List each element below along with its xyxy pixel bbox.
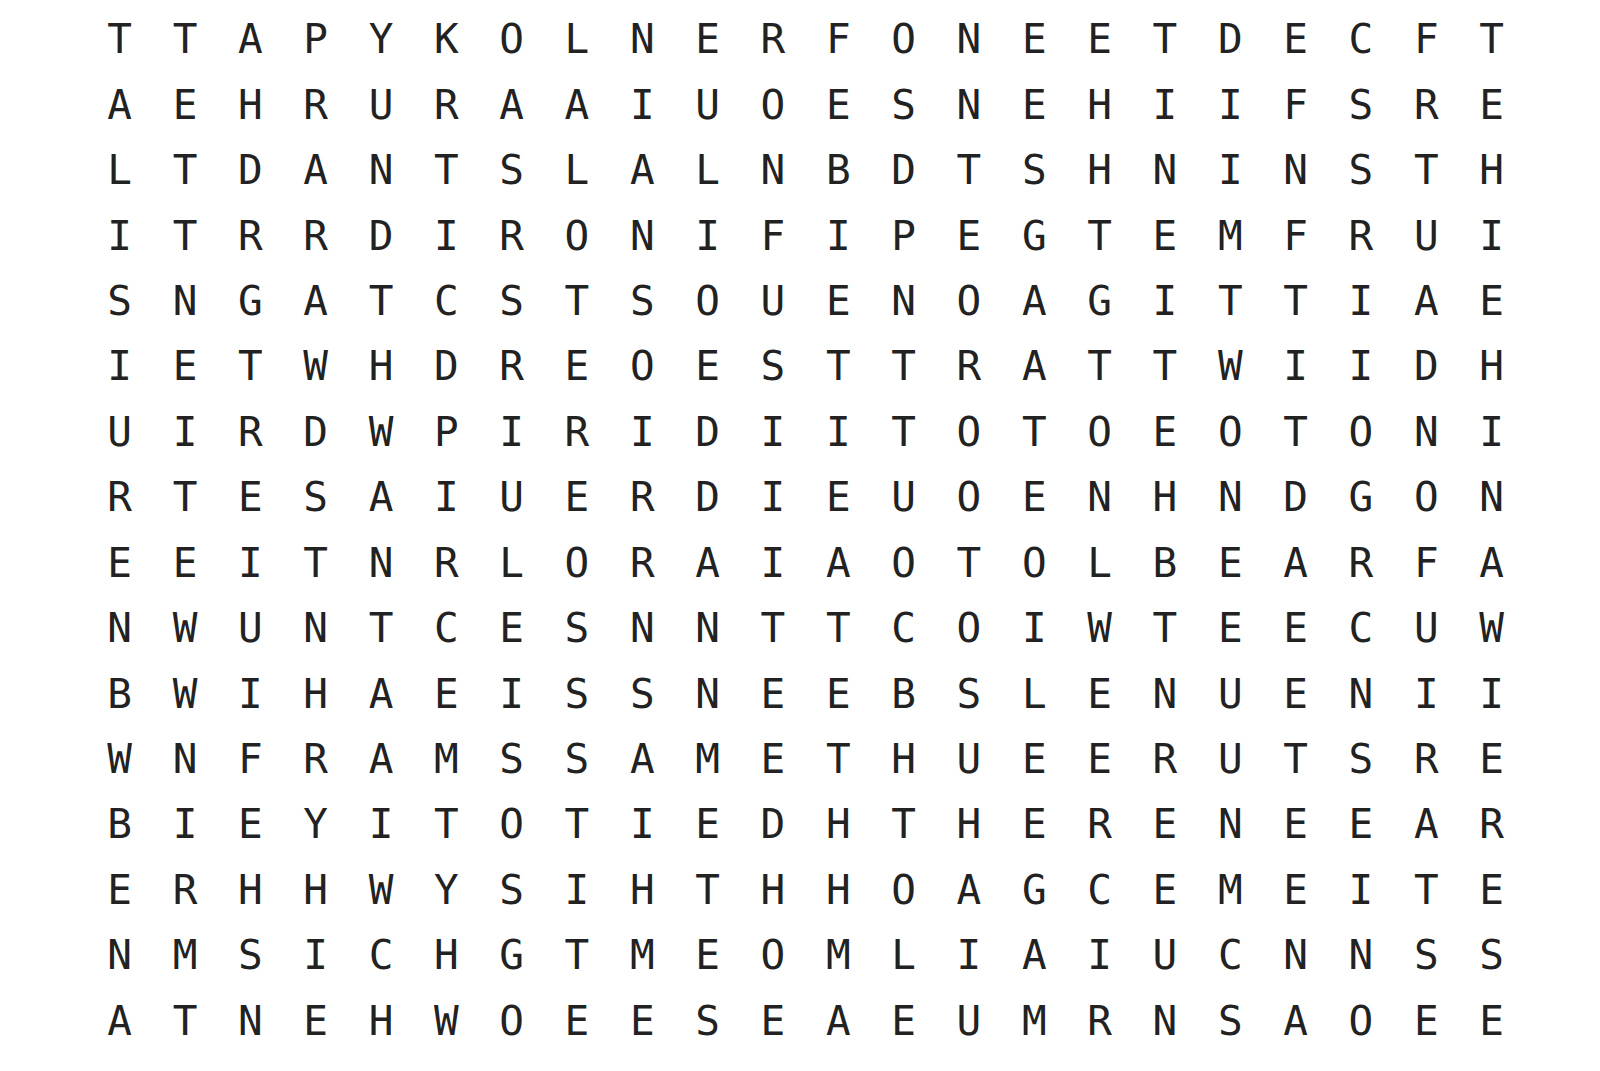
grid-cell[interactable]: S [544,661,609,726]
grid-cell[interactable]: R [610,465,675,530]
grid-cell[interactable]: E [1002,465,1067,530]
grid-cell[interactable]: R [1132,727,1197,792]
grid-cell[interactable]: C [1198,923,1263,988]
grid-cell[interactable]: H [283,858,348,923]
grid-cell[interactable]: T [414,138,479,203]
grid-cell[interactable]: O [544,531,609,596]
grid-cell[interactable]: H [806,792,871,857]
grid-cell[interactable]: T [152,465,217,530]
grid-cell[interactable]: E [610,989,675,1054]
grid-cell[interactable]: L [675,138,740,203]
grid-cell[interactable]: A [610,727,675,792]
grid-cell[interactable]: S [1328,727,1393,792]
grid-cell[interactable]: D [1198,7,1263,72]
grid-cell[interactable]: M [1198,203,1263,268]
grid-cell[interactable]: S [1459,923,1524,988]
grid-cell[interactable]: I [1328,858,1393,923]
grid-cell[interactable]: A [1459,531,1524,596]
grid-cell[interactable]: N [1132,138,1197,203]
grid-cell[interactable]: T [740,596,805,661]
grid-cell[interactable]: N [675,661,740,726]
grid-cell[interactable]: E [1132,792,1197,857]
grid-cell[interactable]: H [740,858,805,923]
grid-cell[interactable]: S [610,661,675,726]
grid-cell[interactable]: I [544,858,609,923]
grid-cell[interactable]: H [218,858,283,923]
grid-cell[interactable]: U [1198,727,1263,792]
grid-cell[interactable]: K [414,7,479,72]
grid-cell[interactable]: T [1132,334,1197,399]
grid-cell[interactable]: Y [414,858,479,923]
grid-cell[interactable]: R [283,727,348,792]
grid-cell[interactable]: I [348,792,413,857]
grid-cell[interactable]: M [1198,858,1263,923]
grid-cell[interactable]: C [1328,596,1393,661]
grid-cell[interactable]: A [1002,334,1067,399]
grid-cell[interactable]: S [1328,138,1393,203]
grid-cell[interactable]: O [936,400,1001,465]
grid-cell[interactable]: R [1394,727,1459,792]
grid-cell[interactable]: A [1263,989,1328,1054]
grid-cell[interactable]: I [1002,596,1067,661]
grid-cell[interactable]: A [1002,269,1067,334]
grid-cell[interactable]: N [1198,792,1263,857]
grid-cell[interactable]: E [87,531,152,596]
grid-cell[interactable]: W [414,989,479,1054]
grid-cell[interactable]: D [414,334,479,399]
grid-cell[interactable]: Y [283,792,348,857]
grid-cell[interactable]: U [479,465,544,530]
grid-cell[interactable]: P [871,203,936,268]
grid-cell[interactable]: E [152,334,217,399]
grid-cell[interactable]: E [479,596,544,661]
grid-cell[interactable]: I [1328,269,1393,334]
grid-cell[interactable]: T [675,858,740,923]
grid-cell[interactable]: O [479,7,544,72]
grid-cell[interactable]: D [283,400,348,465]
grid-cell[interactable]: G [1002,203,1067,268]
grid-cell[interactable]: I [675,203,740,268]
grid-cell[interactable]: D [740,792,805,857]
grid-cell[interactable]: P [283,7,348,72]
grid-cell[interactable]: E [740,989,805,1054]
grid-cell[interactable]: W [348,400,413,465]
grid-cell[interactable]: N [740,138,805,203]
grid-cell[interactable]: E [1328,792,1393,857]
grid-cell[interactable]: T [1263,727,1328,792]
grid-cell[interactable]: U [348,72,413,137]
grid-cell[interactable]: U [218,596,283,661]
grid-cell[interactable]: O [479,989,544,1054]
grid-cell[interactable]: T [544,269,609,334]
grid-cell[interactable]: S [87,269,152,334]
grid-cell[interactable]: R [283,72,348,137]
grid-cell[interactable]: B [87,661,152,726]
grid-cell[interactable]: I [1459,400,1524,465]
grid-cell[interactable]: W [152,596,217,661]
grid-cell[interactable]: W [1198,334,1263,399]
grid-cell[interactable]: R [740,7,805,72]
grid-cell[interactable]: H [1067,138,1132,203]
grid-cell[interactable]: W [283,334,348,399]
grid-cell[interactable]: A [283,138,348,203]
grid-cell[interactable]: E [740,661,805,726]
grid-cell[interactable]: A [1263,531,1328,596]
grid-cell[interactable]: T [1002,400,1067,465]
grid-cell[interactable]: A [806,989,871,1054]
grid-cell[interactable]: I [152,792,217,857]
grid-cell[interactable]: E [871,989,936,1054]
grid-cell[interactable]: S [936,661,1001,726]
grid-cell[interactable]: O [936,596,1001,661]
grid-cell[interactable]: E [544,989,609,1054]
grid-cell[interactable]: E [1459,72,1524,137]
grid-cell[interactable]: T [348,596,413,661]
grid-cell[interactable]: N [218,989,283,1054]
grid-cell[interactable]: N [87,923,152,988]
grid-cell[interactable]: I [218,661,283,726]
grid-cell[interactable]: I [1459,203,1524,268]
grid-cell[interactable]: B [1132,531,1197,596]
grid-cell[interactable]: U [936,727,1001,792]
grid-cell[interactable]: A [1394,792,1459,857]
grid-cell[interactable]: E [1263,792,1328,857]
grid-cell[interactable]: I [1132,72,1197,137]
grid-cell[interactable]: T [1067,334,1132,399]
grid-cell[interactable]: I [1132,269,1197,334]
grid-cell[interactable]: O [544,203,609,268]
grid-cell[interactable]: E [414,661,479,726]
grid-cell[interactable]: I [414,465,479,530]
grid-cell[interactable]: O [936,465,1001,530]
grid-cell[interactable]: N [348,531,413,596]
grid-cell[interactable]: O [740,72,805,137]
grid-cell[interactable]: T [348,269,413,334]
grid-cell[interactable]: N [1132,661,1197,726]
grid-cell[interactable]: F [740,203,805,268]
grid-cell[interactable]: A [479,72,544,137]
grid-cell[interactable]: T [871,400,936,465]
grid-cell[interactable]: I [479,661,544,726]
grid-cell[interactable]: N [936,7,1001,72]
grid-cell[interactable]: S [1394,923,1459,988]
grid-cell[interactable]: S [740,334,805,399]
grid-cell[interactable]: O [936,269,1001,334]
grid-cell[interactable]: E [152,72,217,137]
grid-cell[interactable]: B [871,661,936,726]
grid-cell[interactable]: F [1394,7,1459,72]
grid-cell[interactable]: H [414,923,479,988]
grid-cell[interactable]: E [218,792,283,857]
grid-cell[interactable]: E [1132,858,1197,923]
grid-cell[interactable]: H [1132,465,1197,530]
grid-cell[interactable]: D [348,203,413,268]
grid-cell[interactable]: N [1067,465,1132,530]
grid-cell[interactable]: T [1394,138,1459,203]
grid-cell[interactable]: D [675,400,740,465]
grid-cell[interactable]: R [87,465,152,530]
grid-cell[interactable]: A [544,72,609,137]
grid-cell[interactable]: H [348,334,413,399]
grid-cell[interactable]: E [806,661,871,726]
grid-cell[interactable]: I [1459,661,1524,726]
grid-cell[interactable]: T [283,531,348,596]
grid-cell[interactable]: I [1394,661,1459,726]
grid-cell[interactable]: E [1459,989,1524,1054]
grid-cell[interactable]: I [740,400,805,465]
grid-cell[interactable]: L [544,138,609,203]
grid-cell[interactable]: T [936,531,1001,596]
grid-cell[interactable]: E [806,269,871,334]
grid-cell[interactable]: C [871,596,936,661]
grid-cell[interactable]: R [218,400,283,465]
grid-cell[interactable]: T [1067,203,1132,268]
grid-cell[interactable]: D [1394,334,1459,399]
grid-cell[interactable]: I [87,334,152,399]
grid-cell[interactable]: U [1394,596,1459,661]
grid-cell[interactable]: H [1459,138,1524,203]
grid-cell[interactable]: T [152,138,217,203]
grid-cell[interactable]: C [1067,858,1132,923]
grid-cell[interactable]: P [414,400,479,465]
grid-cell[interactable]: I [414,203,479,268]
grid-cell[interactable]: N [1459,465,1524,530]
grid-cell[interactable]: W [152,661,217,726]
grid-cell[interactable]: D [871,138,936,203]
grid-cell[interactable]: H [1459,334,1524,399]
grid-cell[interactable]: N [1263,923,1328,988]
grid-cell[interactable]: A [87,72,152,137]
grid-cell[interactable]: T [806,727,871,792]
grid-cell[interactable]: U [1394,203,1459,268]
grid-cell[interactable]: E [1394,989,1459,1054]
grid-cell[interactable]: E [675,7,740,72]
grid-cell[interactable]: R [1328,203,1393,268]
grid-cell[interactable]: A [87,989,152,1054]
grid-cell[interactable]: S [871,72,936,137]
grid-cell[interactable]: O [479,792,544,857]
grid-cell[interactable]: S [479,727,544,792]
grid-cell[interactable]: R [1459,792,1524,857]
grid-cell[interactable]: T [1263,269,1328,334]
grid-cell[interactable]: M [675,727,740,792]
grid-cell[interactable]: T [544,792,609,857]
grid-cell[interactable]: T [544,923,609,988]
grid-cell[interactable]: R [152,858,217,923]
grid-cell[interactable]: M [152,923,217,988]
grid-cell[interactable]: F [1394,531,1459,596]
grid-cell[interactable]: S [1002,138,1067,203]
grid-cell[interactable]: N [87,596,152,661]
grid-cell[interactable]: O [675,269,740,334]
grid-cell[interactable]: E [936,203,1001,268]
grid-cell[interactable]: F [1263,203,1328,268]
grid-cell[interactable]: R [1328,531,1393,596]
grid-cell[interactable]: N [348,138,413,203]
grid-cell[interactable]: E [1067,727,1132,792]
grid-cell[interactable]: U [675,72,740,137]
grid-cell[interactable]: E [1459,269,1524,334]
grid-cell[interactable]: M [610,923,675,988]
grid-cell[interactable]: R [479,334,544,399]
grid-cell[interactable]: E [1263,7,1328,72]
grid-cell[interactable]: R [414,72,479,137]
grid-cell[interactable]: W [348,858,413,923]
grid-cell[interactable]: B [806,138,871,203]
grid-cell[interactable]: E [1263,596,1328,661]
grid-cell[interactable]: W [87,727,152,792]
grid-cell[interactable]: T [1198,269,1263,334]
grid-cell[interactable]: L [871,923,936,988]
grid-cell[interactable]: F [806,7,871,72]
grid-cell[interactable]: R [936,334,1001,399]
grid-cell[interactable]: H [806,858,871,923]
grid-cell[interactable]: C [414,269,479,334]
grid-cell[interactable]: E [675,792,740,857]
grid-cell[interactable]: N [871,269,936,334]
grid-cell[interactable]: T [1132,7,1197,72]
grid-cell[interactable]: I [218,531,283,596]
grid-cell[interactable]: A [348,727,413,792]
grid-cell[interactable]: H [218,72,283,137]
grid-cell[interactable]: E [1067,661,1132,726]
grid-cell[interactable]: N [152,269,217,334]
grid-cell[interactable]: S [479,858,544,923]
grid-cell[interactable]: G [479,923,544,988]
grid-cell[interactable]: T [152,7,217,72]
grid-cell[interactable]: T [152,203,217,268]
grid-cell[interactable]: E [1459,727,1524,792]
grid-cell[interactable]: M [414,727,479,792]
grid-cell[interactable]: E [218,465,283,530]
grid-cell[interactable]: E [1002,792,1067,857]
grid-cell[interactable]: R [218,203,283,268]
grid-cell[interactable]: G [1067,269,1132,334]
grid-cell[interactable]: I [610,792,675,857]
grid-cell[interactable]: D [1263,465,1328,530]
grid-cell[interactable]: O [610,334,675,399]
grid-cell[interactable]: N [1328,923,1393,988]
grid-cell[interactable]: N [283,596,348,661]
grid-cell[interactable]: S [675,989,740,1054]
grid-cell[interactable]: M [806,923,871,988]
grid-cell[interactable]: E [1132,203,1197,268]
grid-cell[interactable]: O [1394,465,1459,530]
grid-cell[interactable]: T [87,7,152,72]
grid-cell[interactable]: R [1394,72,1459,137]
grid-cell[interactable]: L [544,7,609,72]
grid-cell[interactable]: E [675,334,740,399]
grid-cell[interactable]: E [1263,661,1328,726]
grid-cell[interactable]: A [610,138,675,203]
grid-cell[interactable]: G [1328,465,1393,530]
grid-cell[interactable]: N [1198,465,1263,530]
grid-cell[interactable]: L [479,531,544,596]
grid-cell[interactable]: T [1459,7,1524,72]
grid-cell[interactable]: I [87,203,152,268]
grid-cell[interactable]: D [218,138,283,203]
grid-cell[interactable]: N [610,596,675,661]
grid-cell[interactable]: O [1328,989,1393,1054]
grid-cell[interactable]: E [675,923,740,988]
grid-cell[interactable]: A [806,531,871,596]
grid-cell[interactable]: A [218,7,283,72]
grid-cell[interactable]: U [1132,923,1197,988]
grid-cell[interactable]: T [152,989,217,1054]
grid-cell[interactable]: W [1067,596,1132,661]
grid-cell[interactable]: E [1132,400,1197,465]
grid-cell[interactable]: M [1002,989,1067,1054]
grid-cell[interactable]: I [610,400,675,465]
grid-cell[interactable]: O [1198,400,1263,465]
grid-cell[interactable]: I [740,465,805,530]
grid-cell[interactable]: O [1002,531,1067,596]
grid-cell[interactable]: I [479,400,544,465]
grid-cell[interactable]: I [1198,72,1263,137]
grid-cell[interactable]: N [610,203,675,268]
grid-cell[interactable]: S [218,923,283,988]
grid-cell[interactable]: O [871,531,936,596]
grid-cell[interactable]: A [348,465,413,530]
grid-cell[interactable]: O [740,923,805,988]
grid-cell[interactable]: O [1328,400,1393,465]
grid-cell[interactable]: E [1459,858,1524,923]
grid-cell[interactable]: E [544,465,609,530]
grid-cell[interactable]: N [1328,661,1393,726]
grid-cell[interactable]: E [806,72,871,137]
grid-cell[interactable]: U [871,465,936,530]
grid-cell[interactable]: S [479,269,544,334]
grid-cell[interactable]: I [1067,923,1132,988]
grid-cell[interactable]: L [1002,661,1067,726]
grid-cell[interactable]: T [871,334,936,399]
grid-cell[interactable]: E [1002,7,1067,72]
grid-cell[interactable]: E [1002,727,1067,792]
grid-cell[interactable]: S [479,138,544,203]
grid-cell[interactable]: H [610,858,675,923]
grid-cell[interactable]: F [1263,72,1328,137]
grid-cell[interactable]: C [348,923,413,988]
grid-cell[interactable]: I [936,923,1001,988]
grid-cell[interactable]: I [806,400,871,465]
grid-cell[interactable]: I [610,72,675,137]
grid-cell[interactable]: C [414,596,479,661]
grid-cell[interactable]: C [1328,7,1393,72]
grid-cell[interactable]: T [1263,400,1328,465]
grid-cell[interactable]: E [1198,531,1263,596]
grid-cell[interactable]: E [1198,596,1263,661]
grid-cell[interactable]: A [936,858,1001,923]
grid-cell[interactable]: H [936,792,1001,857]
grid-cell[interactable]: N [936,72,1001,137]
grid-cell[interactable]: T [1132,596,1197,661]
grid-cell[interactable]: S [283,465,348,530]
grid-cell[interactable]: U [1198,661,1263,726]
grid-cell[interactable]: E [1002,72,1067,137]
grid-cell[interactable]: I [283,923,348,988]
grid-cell[interactable]: R [479,203,544,268]
grid-cell[interactable]: R [1067,792,1132,857]
grid-cell[interactable]: O [1067,400,1132,465]
grid-cell[interactable]: R [283,203,348,268]
grid-cell[interactable]: R [610,531,675,596]
grid-cell[interactable]: W [1459,596,1524,661]
grid-cell[interactable]: G [1002,858,1067,923]
grid-cell[interactable]: U [936,989,1001,1054]
grid-cell[interactable]: R [414,531,479,596]
grid-cell[interactable]: H [283,661,348,726]
grid-cell[interactable]: E [806,465,871,530]
